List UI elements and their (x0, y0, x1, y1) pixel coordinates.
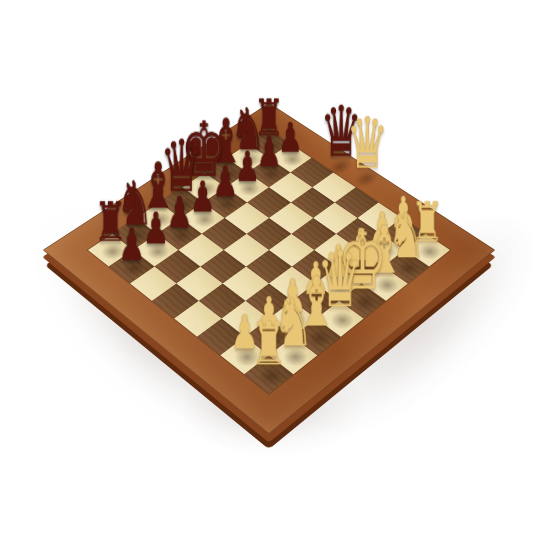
chess-board-squares: ♜♞♝♛♚♝♞♜♟♟♟♟♟♟♟♟♟♟♟♟♟♟♟♟♜♞♝♛♚♝♞♜ (88, 130, 450, 394)
piece-dark-pawn-a7: ♟ (103, 223, 161, 267)
square-a1: ♜ (244, 355, 293, 394)
extra-queen-light: ♛ (340, 109, 395, 179)
square-f5 (269, 202, 313, 233)
chess-board: ♜♞♝♛♚♝♞♜♟♟♟♟♟♟♟♟♟♟♟♟♟♟♟♟♜♞♝♛♚♝♞♜ ♛ ♛ (43, 103, 496, 435)
board-frame: ♜♞♝♛♚♝♞♜♟♟♟♟♟♟♟♟♟♟♟♟♟♟♟♟♜♞♝♛♚♝♞♜ ♛ ♛ (43, 103, 496, 435)
piece-light-rook-a1: ♜ (238, 316, 301, 375)
perspective-camera: ♜♞♝♛♚♝♞♜♟♟♟♟♟♟♟♟♟♟♟♟♟♟♟♟♜♞♝♛♚♝♞♜ ♛ ♛ (0, 0, 540, 540)
product-photo-scene: ♜♞♝♛♚♝♞♜♟♟♟♟♟♟♟♟♟♟♟♟♟♟♟♟♜♞♝♛♚♝♞♜ ♛ ♛ (0, 0, 540, 540)
